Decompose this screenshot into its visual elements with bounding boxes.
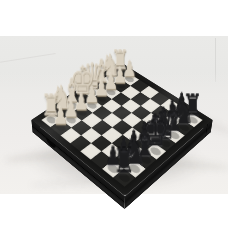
board-surface: ♜♟♟♜♞♟♟♞♝♟♟♝♛♟♟♛♚♟♟♚♝♟♟♝♞♟♟♞♜♟♟♜ xyxy=(31,62,212,197)
chessboard: ♜♟♟♜♞♟♟♞♝♟♟♝♛♟♟♛♚♟♟♚♝♟♟♝♞♟♟♞♜♟♟♜ xyxy=(31,62,212,197)
black-rook[interactable]: ♜ xyxy=(113,145,135,179)
white-pawn[interactable]: ♟ xyxy=(53,105,68,129)
box-handle-notch xyxy=(46,138,56,150)
board-square[interactable]: ♜ xyxy=(113,168,136,186)
board-grid: ♜♟♟♜♞♟♟♞♝♟♟♝♛♟♟♛♚♟♟♚♝♟♟♝♞♟♟♞♜♟♟♜ xyxy=(41,67,202,186)
chess-set-photo: ♜♟♟♜♞♟♟♞♝♟♟♝♛♟♟♛♚♟♟♚♝♟♟♝♞♟♟♞♜♟♟♜ xyxy=(0,0,228,228)
scene-3d: ♜♟♟♜♞♟♟♞♝♟♟♝♛♟♟♛♚♟♟♚♝♟♟♝♞♟♟♞♜♟♟♜ xyxy=(0,0,228,228)
box-lid-seam xyxy=(205,124,207,137)
board-square[interactable] xyxy=(121,99,141,113)
